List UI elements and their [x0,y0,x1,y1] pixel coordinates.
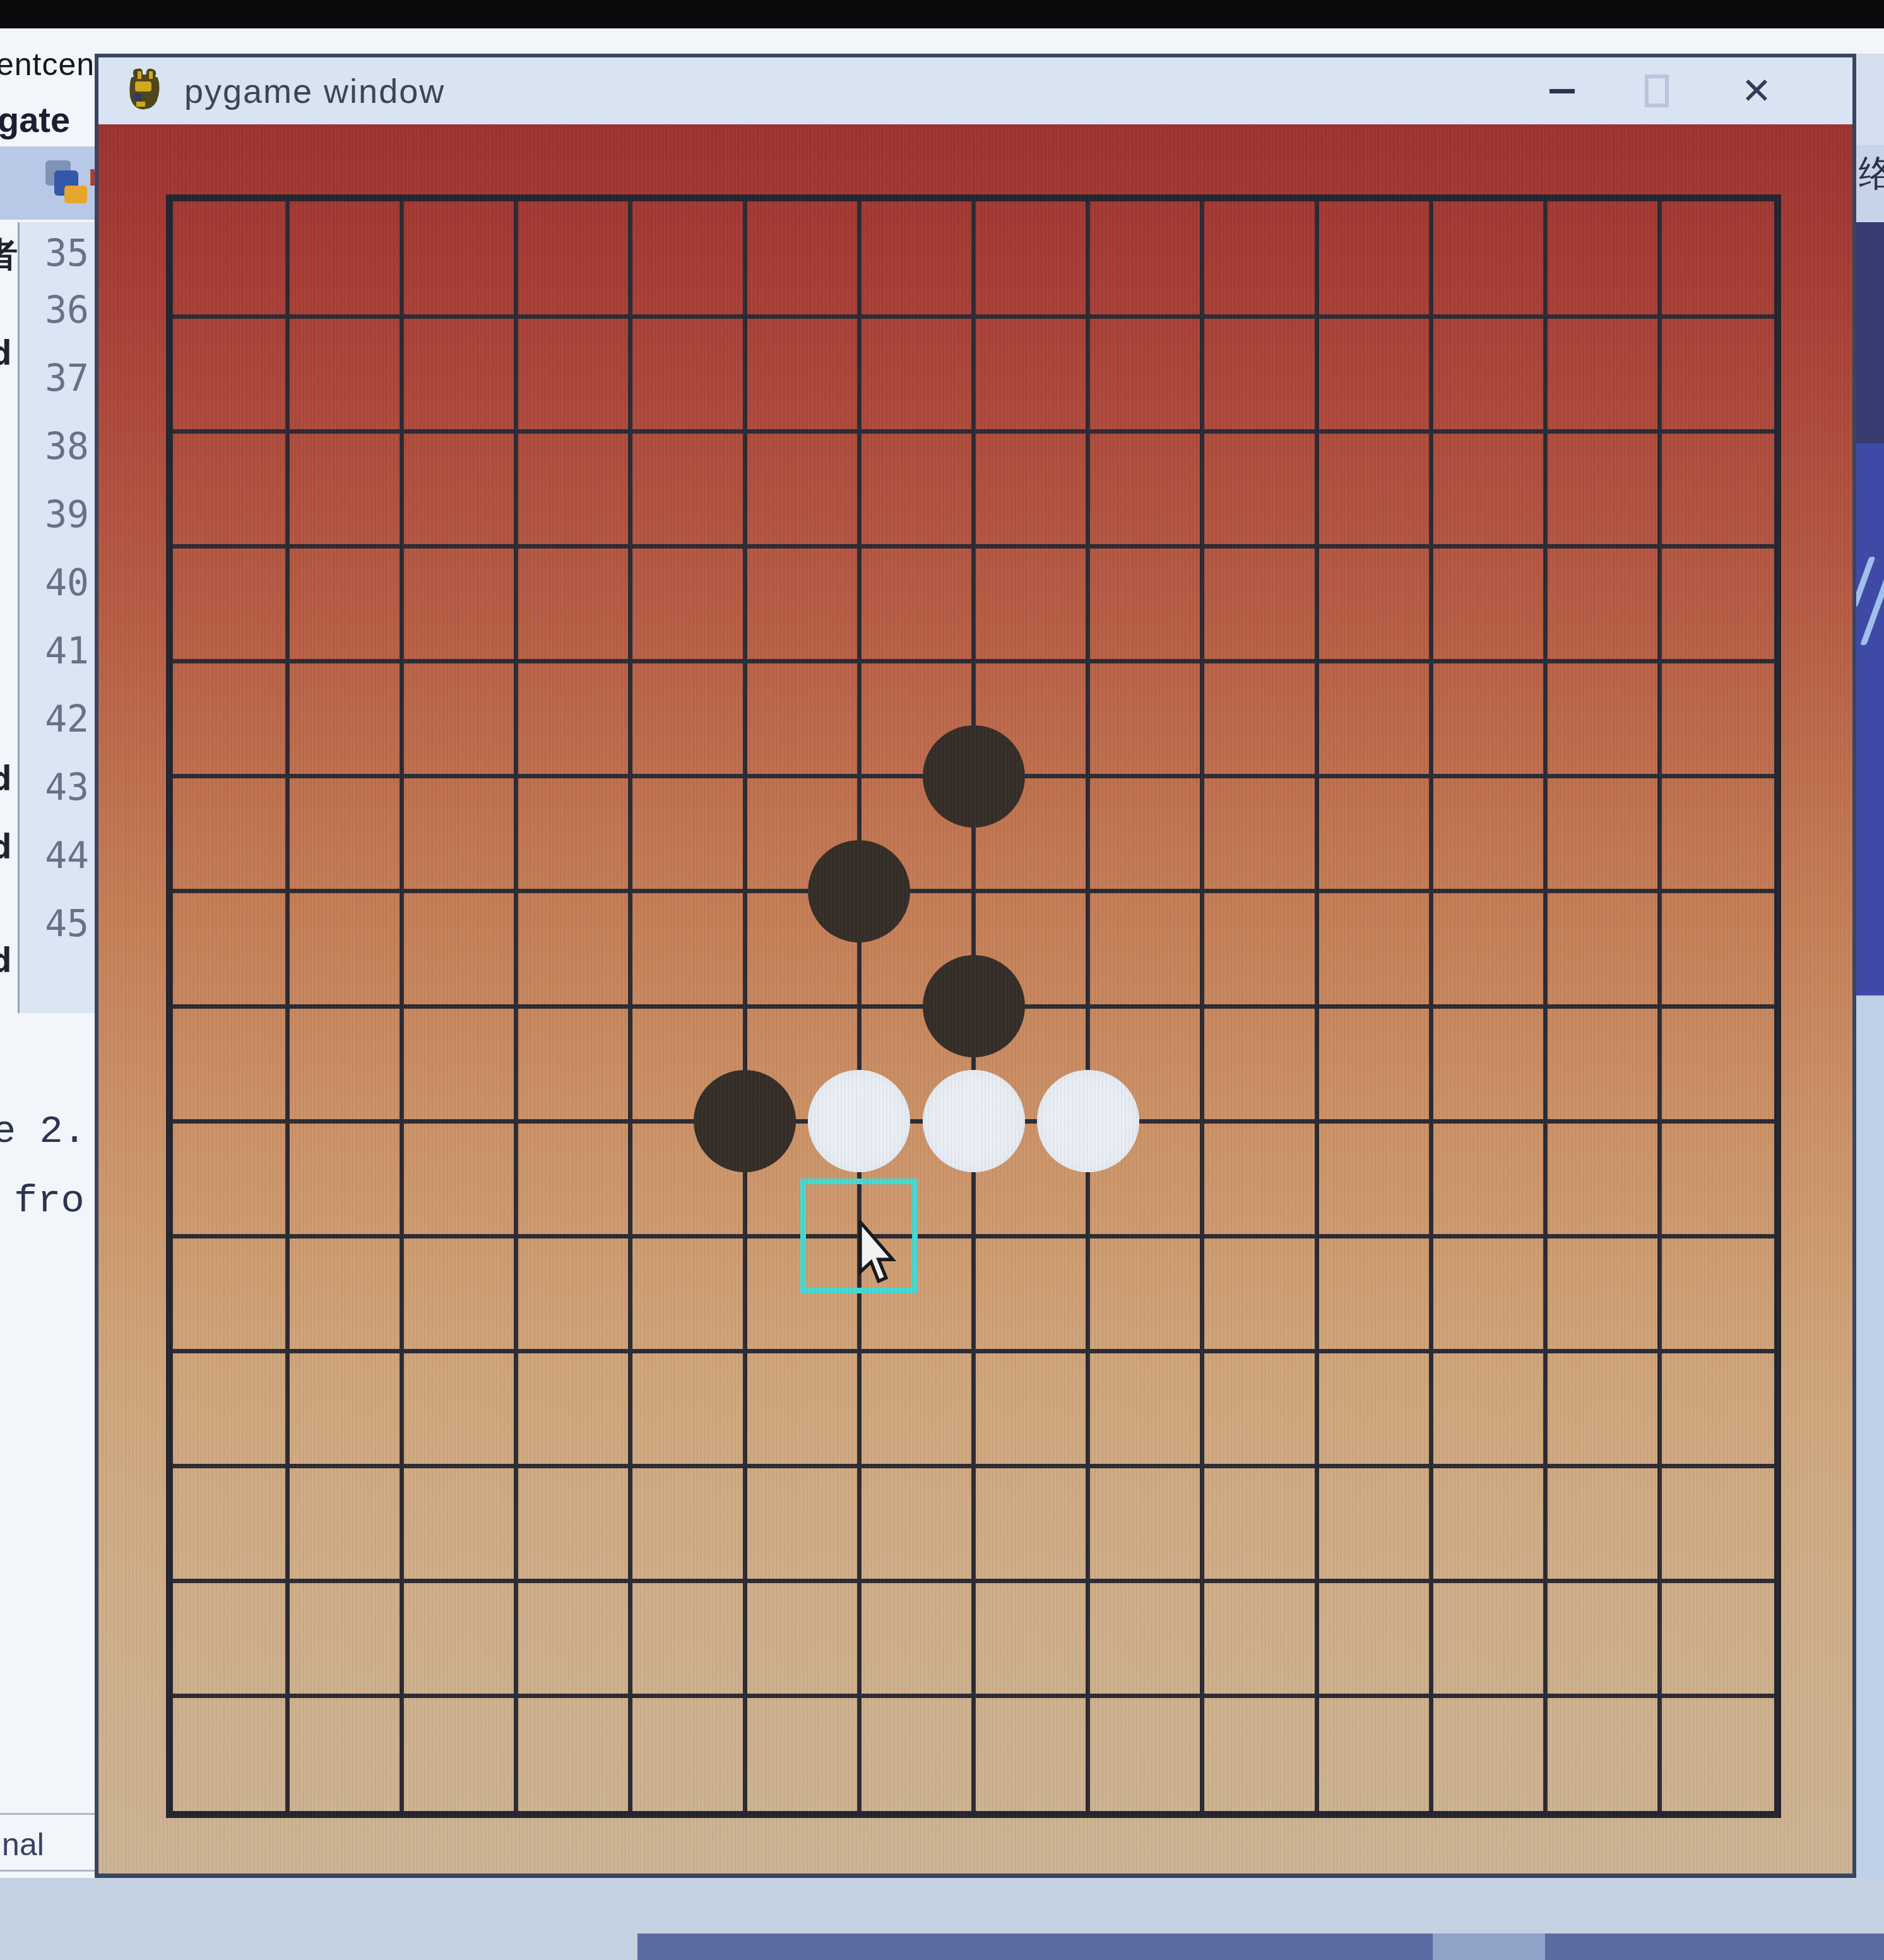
black-stone [923,725,1025,828]
terminal-tab[interactable]: inal [0,1826,44,1863]
console-text-fragment-1: e 2. [0,1109,86,1154]
grid-line-vertical [1086,201,1090,1811]
line-number: 43 [20,766,89,809]
grid-line-horizontal [173,1464,1774,1468]
close-button[interactable]: ✕ [1719,57,1794,124]
line-number: 42 [20,698,89,740]
console-text-fragment-2: fro [14,1179,85,1223]
window-title: pygame window [184,71,445,110]
panel-separator [0,1813,104,1815]
white-stone [808,1070,910,1172]
panel-separator [0,1870,104,1872]
code-text-fragment: d [0,333,12,373]
bottom-taskbar-strip [0,1878,1884,1960]
right-edge-cjk-char: 络 [1859,149,1884,198]
line-number: 45 [20,902,89,945]
close-icon: ✕ [1741,69,1772,112]
minimize-button[interactable] [1524,57,1600,124]
white-stone [923,1070,1025,1172]
mouse-cursor [858,1220,899,1290]
grid-line-vertical [1543,201,1548,1811]
maximize-button[interactable] [1619,57,1695,124]
grid-line-vertical [1200,201,1204,1811]
line-number: 40 [20,561,89,604]
grid-line-vertical [1429,201,1433,1811]
ide-top-text: entcent [0,46,104,83]
line-number: 36 [20,288,89,331]
editor-line-number-gutter: 3536373839404142434445 [18,222,104,1013]
black-stone [808,840,910,942]
line-number: 41 [20,629,89,672]
grid-line-vertical [1657,201,1662,1811]
grid-line-horizontal [173,1349,1774,1353]
right-edge-indigo-band [1856,222,1884,443]
right-edge-royal-band [1856,443,1884,995]
line-number: 38 [20,425,89,468]
code-text-fragment: 者 [0,232,18,278]
wallpaper-glyph-stroke [1856,557,1876,607]
line-number: 39 [20,493,89,536]
right-edge-tab: 络 [1856,145,1884,222]
line-number: 35 [20,232,89,275]
line-number: 44 [20,834,89,877]
right-edge-titlebar-bg [1856,54,1884,145]
code-text-fragment: d [0,827,12,867]
titlebar[interactable]: pygame window ✕ [98,57,1852,124]
grid-line-vertical [1315,201,1319,1811]
minimize-icon [1549,89,1575,93]
python-run-config-icon [45,160,87,205]
line-number: 37 [20,357,89,400]
pygame-icon [126,66,163,112]
taskbar-band[interactable] [637,1933,1884,1960]
ide-tab-gate[interactable]: gate [0,99,70,140]
code-text-fragment: d [0,759,12,799]
pygame-window: pygame window ✕ [95,54,1856,1878]
ide-selected-run-row[interactable]: r [0,146,104,220]
grid-line-horizontal [173,1234,1774,1238]
ide-background-panel: entcent gate r 3536373839404142434445 者d… [0,28,104,1878]
top-bezel [0,0,1884,28]
white-stone [1037,1070,1139,1172]
code-text-fragment: d [0,941,12,980]
grid-line-horizontal [173,1694,1774,1698]
maximize-icon [1645,74,1669,107]
screen: entcent gate r 3536373839404142434445 者d… [0,0,1884,1960]
gomoku-board[interactable] [166,194,1781,1818]
right-edge-light-band [1856,995,1884,1878]
pygame-surface [98,124,1852,1874]
black-stone [923,955,1025,1057]
black-stone [694,1070,796,1172]
taskbar-band-light [1433,1933,1545,1960]
grid-line-horizontal [173,1579,1774,1583]
